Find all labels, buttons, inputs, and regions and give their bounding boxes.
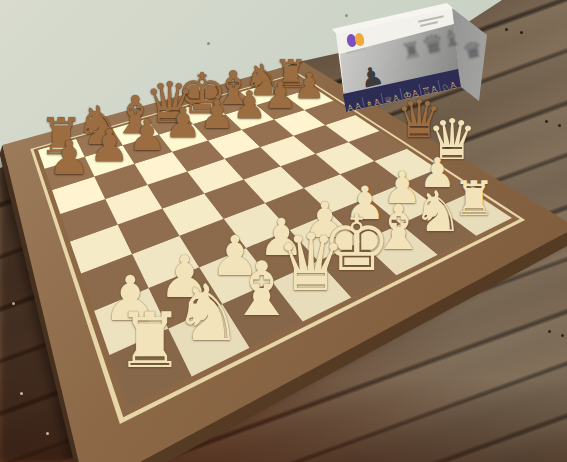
- piece-black-pawn-h7[interactable]: ♟: [294, 70, 325, 105]
- piece-black-pawn-b7[interactable]: ♟: [89, 123, 129, 168]
- piece-black-pawn-g7[interactable]: ♟: [264, 77, 297, 114]
- piece-black-pawn-a7[interactable]: ♟: [48, 134, 90, 181]
- piece-black-pawn-d7[interactable]: ♟: [165, 104, 202, 145]
- box-strip-piece-icon: ♘♙: [440, 80, 458, 93]
- piece-black-pawn-c7[interactable]: ♟: [128, 113, 167, 156]
- piece-white-rook-a1[interactable]: ♜: [116, 303, 184, 379]
- box-strip-piece-icon: ♗♙: [364, 97, 382, 110]
- box-strip-piece-icon: ♙♙: [345, 101, 363, 114]
- piece-black-pawn-f7[interactable]: ♟: [232, 86, 266, 124]
- piece-black-pawn-e7[interactable]: ♟: [200, 95, 235, 134]
- photo-scene: ♟ ♜ ♛ ♝ ♛ ♙♙♗♙♕♙♔♙♖♙♘♙ ♜♞♝♛♚♝♞♜♟♟♟♟♟♟♟♟♟…: [0, 0, 567, 462]
